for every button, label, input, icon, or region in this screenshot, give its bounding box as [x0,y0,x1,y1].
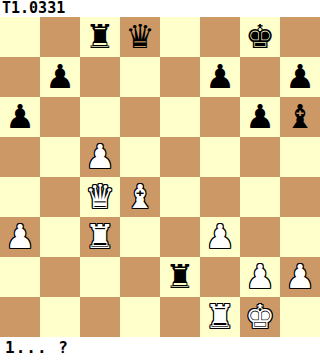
square-e3[interactable] [160,217,200,257]
square-e7[interactable] [160,57,200,97]
square-d4[interactable]: ♝ [120,177,160,217]
square-c4[interactable]: ♛ [80,177,120,217]
square-d5[interactable] [120,137,160,177]
square-g1[interactable]: ♚ [240,297,280,337]
square-a5[interactable] [0,137,40,177]
black-rook-c8[interactable]: ♜ [85,17,115,57]
square-f5[interactable] [200,137,240,177]
puzzle-id: T1.0331 [0,0,320,17]
square-d6[interactable] [120,97,160,137]
square-b8[interactable] [40,17,80,57]
square-c7[interactable] [80,57,120,97]
square-g2[interactable]: ♟ [240,257,280,297]
black-pawn-f7[interactable]: ♟ [205,57,235,97]
square-d7[interactable] [120,57,160,97]
move-prompt: 1... ? [0,337,320,360]
square-b5[interactable] [40,137,80,177]
square-a7[interactable] [0,57,40,97]
square-b7[interactable]: ♟ [40,57,80,97]
square-b6[interactable] [40,97,80,137]
white-pawn-a3[interactable]: ♟ [5,217,35,257]
square-a8[interactable] [0,17,40,57]
black-pawn-g6[interactable]: ♟ [245,97,275,137]
square-b1[interactable] [40,297,80,337]
square-g3[interactable] [240,217,280,257]
white-pawn-f3[interactable]: ♟ [205,217,235,257]
square-g5[interactable] [240,137,280,177]
square-e6[interactable] [160,97,200,137]
square-a2[interactable] [0,257,40,297]
square-b4[interactable] [40,177,80,217]
square-a6[interactable]: ♟ [0,97,40,137]
square-g6[interactable]: ♟ [240,97,280,137]
square-c8[interactable]: ♜ [80,17,120,57]
square-g7[interactable] [240,57,280,97]
square-b2[interactable] [40,257,80,297]
white-king-g1[interactable]: ♚ [245,297,275,337]
white-rook-c3[interactable]: ♜ [85,217,115,257]
square-h4[interactable] [280,177,320,217]
square-f2[interactable] [200,257,240,297]
square-a1[interactable] [0,297,40,337]
black-pawn-a6[interactable]: ♟ [5,97,35,137]
square-h3[interactable] [280,217,320,257]
black-pawn-b7[interactable]: ♟ [45,57,75,97]
square-e4[interactable] [160,177,200,217]
square-h1[interactable] [280,297,320,337]
square-d2[interactable] [120,257,160,297]
square-h7[interactable]: ♟ [280,57,320,97]
square-b3[interactable] [40,217,80,257]
square-d1[interactable] [120,297,160,337]
square-g4[interactable] [240,177,280,217]
square-d3[interactable] [120,217,160,257]
square-f6[interactable] [200,97,240,137]
black-pawn-h7[interactable]: ♟ [285,57,315,97]
square-e5[interactable] [160,137,200,177]
square-c3[interactable]: ♜ [80,217,120,257]
white-pawn-h2[interactable]: ♟ [285,257,315,297]
black-queen-d8[interactable]: ♛ [125,17,155,57]
board: ♜♛♚♟♟♟♟♟♝♟♛♝♟♜♟♜♟♟♜♚ [0,17,320,337]
square-a4[interactable] [0,177,40,217]
white-bishop-d4[interactable]: ♝ [125,177,155,217]
square-a3[interactable]: ♟ [0,217,40,257]
square-f4[interactable] [200,177,240,217]
square-f3[interactable]: ♟ [200,217,240,257]
black-rook-e2[interactable]: ♜ [165,257,195,297]
white-rook-f1[interactable]: ♜ [205,297,235,337]
black-bishop-h6[interactable]: ♝ [285,97,315,137]
puzzle-page: T1.0331 ♜♛♚♟♟♟♟♟♝♟♛♝♟♜♟♜♟♟♜♚ 1... ? [0,0,320,360]
square-c2[interactable] [80,257,120,297]
white-queen-c4[interactable]: ♛ [85,177,115,217]
square-e8[interactable] [160,17,200,57]
square-f8[interactable] [200,17,240,57]
square-h5[interactable] [280,137,320,177]
white-pawn-g2[interactable]: ♟ [245,257,275,297]
square-f1[interactable]: ♜ [200,297,240,337]
square-e1[interactable] [160,297,200,337]
square-g8[interactable]: ♚ [240,17,280,57]
square-c1[interactable] [80,297,120,337]
square-h6[interactable]: ♝ [280,97,320,137]
square-f7[interactable]: ♟ [200,57,240,97]
square-h8[interactable] [280,17,320,57]
square-e2[interactable]: ♜ [160,257,200,297]
square-d8[interactable]: ♛ [120,17,160,57]
square-c5[interactable]: ♟ [80,137,120,177]
black-king-g8[interactable]: ♚ [245,17,275,57]
square-c6[interactable] [80,97,120,137]
square-h2[interactable]: ♟ [280,257,320,297]
white-pawn-c5[interactable]: ♟ [85,137,115,177]
